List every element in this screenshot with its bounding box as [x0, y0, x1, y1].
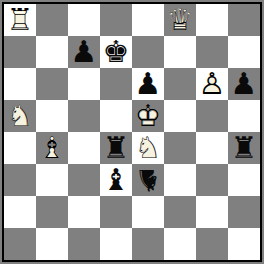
- square-a4[interactable]: [4, 132, 36, 164]
- black-king[interactable]: ♚: [100, 36, 132, 68]
- square-d6[interactable]: [100, 68, 132, 100]
- square-d8[interactable]: [100, 4, 132, 36]
- square-g8[interactable]: [196, 4, 228, 36]
- square-a2[interactable]: [4, 196, 36, 228]
- white-rook-glyph: ♖: [4, 4, 36, 36]
- square-f3[interactable]: [164, 164, 196, 196]
- square-e6[interactable]: ♟: [132, 68, 164, 100]
- white-pawn-glyph: ♙: [196, 68, 228, 100]
- square-b7[interactable]: [36, 36, 68, 68]
- square-g4[interactable]: [196, 132, 228, 164]
- square-f1[interactable]: [164, 228, 196, 260]
- square-c7[interactable]: ♟: [68, 36, 100, 68]
- black-pawn[interactable]: ♟: [228, 68, 260, 100]
- square-a6[interactable]: [4, 68, 36, 100]
- square-c6[interactable]: [68, 68, 100, 100]
- square-a1[interactable]: [4, 228, 36, 260]
- black-rook[interactable]: ♜: [228, 132, 260, 164]
- white-queen[interactable]: ♛♕: [164, 4, 196, 36]
- square-e3[interactable]: ♞: [132, 164, 164, 196]
- square-c8[interactable]: [68, 4, 100, 36]
- black-pawn[interactable]: ♟: [68, 36, 100, 68]
- white-knight[interactable]: ♞♘: [4, 100, 36, 132]
- square-h3[interactable]: [228, 164, 260, 196]
- square-b4[interactable]: ♝♗: [36, 132, 68, 164]
- square-f6[interactable]: [164, 68, 196, 100]
- square-a3[interactable]: [4, 164, 36, 196]
- square-h2[interactable]: [228, 196, 260, 228]
- square-e2[interactable]: [132, 196, 164, 228]
- square-h7[interactable]: [228, 36, 260, 68]
- square-c3[interactable]: [68, 164, 100, 196]
- square-b3[interactable]: [36, 164, 68, 196]
- square-e8[interactable]: [132, 4, 164, 36]
- square-h4[interactable]: ♜: [228, 132, 260, 164]
- black-pawn[interactable]: ♟: [132, 68, 164, 100]
- square-h1[interactable]: [228, 228, 260, 260]
- square-e1[interactable]: [132, 228, 164, 260]
- square-b2[interactable]: [36, 196, 68, 228]
- square-f5[interactable]: [164, 100, 196, 132]
- square-c2[interactable]: [68, 196, 100, 228]
- square-c5[interactable]: [68, 100, 100, 132]
- square-g2[interactable]: [196, 196, 228, 228]
- square-d2[interactable]: [100, 196, 132, 228]
- square-d5[interactable]: [100, 100, 132, 132]
- square-b6[interactable]: [36, 68, 68, 100]
- chess-board: ♜♖♛♕♟♚♟♟♙♟♞♘♚♔♝♗♜♞♘♜♝♞: [2, 2, 262, 262]
- white-rook[interactable]: ♜♖: [4, 4, 36, 36]
- black-rook-glyph: ♜: [100, 132, 132, 164]
- square-g1[interactable]: [196, 228, 228, 260]
- square-h5[interactable]: [228, 100, 260, 132]
- white-king[interactable]: ♚♔: [132, 100, 164, 132]
- square-e7[interactable]: [132, 36, 164, 68]
- square-c1[interactable]: [68, 228, 100, 260]
- white-knight-glyph: ♘: [132, 132, 164, 164]
- white-pawn[interactable]: ♟♙: [196, 68, 228, 100]
- black-rook[interactable]: ♜: [100, 132, 132, 164]
- square-a7[interactable]: [4, 36, 36, 68]
- square-g5[interactable]: [196, 100, 228, 132]
- square-f7[interactable]: [164, 36, 196, 68]
- black-pawn-glyph: ♟: [228, 68, 260, 100]
- square-b5[interactable]: [36, 100, 68, 132]
- white-bishop[interactable]: ♝♗: [36, 132, 68, 164]
- white-bishop-glyph: ♗: [36, 132, 68, 164]
- square-g7[interactable]: [196, 36, 228, 68]
- white-king-glyph: ♔: [132, 100, 164, 132]
- black-nightrider-rotated-knight-glyph: ♞: [132, 164, 164, 196]
- square-d1[interactable]: [100, 228, 132, 260]
- square-f8[interactable]: ♛♕: [164, 4, 196, 36]
- square-e4[interactable]: ♞♘: [132, 132, 164, 164]
- black-rook-glyph: ♜: [228, 132, 260, 164]
- square-h8[interactable]: [228, 4, 260, 36]
- square-c4[interactable]: [68, 132, 100, 164]
- square-d3[interactable]: ♝: [100, 164, 132, 196]
- black-pawn-glyph: ♟: [132, 68, 164, 100]
- black-pawn-glyph: ♟: [68, 36, 100, 68]
- square-d4[interactable]: ♜: [100, 132, 132, 164]
- square-e5[interactable]: ♚♔: [132, 100, 164, 132]
- square-a8[interactable]: ♜♖: [4, 4, 36, 36]
- square-b8[interactable]: [36, 4, 68, 36]
- black-bishop[interactable]: ♝: [100, 164, 132, 196]
- black-king-glyph: ♚: [100, 36, 132, 68]
- black-nightrider-rotated-knight[interactable]: ♞: [132, 164, 164, 196]
- square-b1[interactable]: [36, 228, 68, 260]
- white-knight-glyph: ♘: [4, 100, 36, 132]
- square-f2[interactable]: [164, 196, 196, 228]
- square-f4[interactable]: [164, 132, 196, 164]
- square-a5[interactable]: ♞♘: [4, 100, 36, 132]
- white-knight[interactable]: ♞♘: [132, 132, 164, 164]
- square-g6[interactable]: ♟♙: [196, 68, 228, 100]
- board-frame: ♜♖♛♕♟♚♟♟♙♟♞♘♚♔♝♗♜♞♘♜♝♞: [0, 0, 264, 264]
- white-queen-glyph: ♕: [164, 4, 196, 36]
- square-d7[interactable]: ♚: [100, 36, 132, 68]
- square-g3[interactable]: [196, 164, 228, 196]
- square-h6[interactable]: ♟: [228, 68, 260, 100]
- black-bishop-glyph: ♝: [100, 164, 132, 196]
